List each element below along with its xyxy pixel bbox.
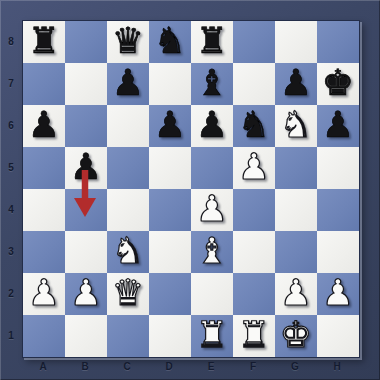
square-a5[interactable] xyxy=(23,147,65,189)
piece-black-king[interactable]: ♚ xyxy=(322,62,354,104)
square-b6[interactable] xyxy=(65,105,107,147)
piece-black-pawn[interactable]: ♟ xyxy=(112,62,144,104)
square-b1[interactable] xyxy=(65,315,107,357)
square-c6[interactable] xyxy=(107,105,149,147)
square-c2[interactable]: ♛ xyxy=(107,273,149,315)
square-a8[interactable]: ♜ xyxy=(23,21,65,63)
square-b4[interactable] xyxy=(65,189,107,231)
piece-white-knight[interactable]: ♞ xyxy=(280,104,312,146)
square-a7[interactable] xyxy=(23,63,65,105)
rank-label-8: 8 xyxy=(0,20,22,62)
square-g6[interactable]: ♞ xyxy=(275,105,317,147)
rank-label-1: 1 xyxy=(0,314,22,356)
chess-board: ♜♛♞♜♟♝♟♚♟♟♟♞♞♟♟♟♟♞♝♟♟♛♟♟♜♜♚ xyxy=(22,20,360,358)
square-f5[interactable]: ♟ xyxy=(233,147,275,189)
square-e2[interactable] xyxy=(191,273,233,315)
square-e1[interactable]: ♜ xyxy=(191,315,233,357)
file-label-a: A xyxy=(22,357,64,375)
piece-white-pawn[interactable]: ♟ xyxy=(196,188,228,230)
square-d4[interactable] xyxy=(149,189,191,231)
square-c7[interactable]: ♟ xyxy=(107,63,149,105)
square-a3[interactable] xyxy=(23,231,65,273)
square-h7[interactable]: ♚ xyxy=(317,63,359,105)
file-label-h: H xyxy=(316,357,358,375)
file-label-g: G xyxy=(274,357,316,375)
rank-labels: 87654321 xyxy=(0,20,22,356)
rank-label-5: 5 xyxy=(0,146,22,188)
square-h5[interactable] xyxy=(317,147,359,189)
square-g3[interactable] xyxy=(275,231,317,273)
piece-white-king[interactable]: ♚ xyxy=(280,314,312,356)
square-d2[interactable] xyxy=(149,273,191,315)
file-label-c: C xyxy=(106,357,148,375)
square-g1[interactable]: ♚ xyxy=(275,315,317,357)
file-label-e: E xyxy=(190,357,232,375)
rank-label-7: 7 xyxy=(0,62,22,104)
square-g8[interactable] xyxy=(275,21,317,63)
square-c3[interactable]: ♞ xyxy=(107,231,149,273)
square-d5[interactable] xyxy=(149,147,191,189)
piece-black-pawn[interactable]: ♟ xyxy=(322,104,354,146)
piece-black-rook[interactable]: ♜ xyxy=(28,20,60,62)
square-f4[interactable] xyxy=(233,189,275,231)
square-f8[interactable] xyxy=(233,21,275,63)
piece-white-bishop[interactable]: ♝ xyxy=(196,230,228,272)
square-e3[interactable]: ♝ xyxy=(191,231,233,273)
square-e7[interactable]: ♝ xyxy=(191,63,233,105)
piece-black-knight[interactable]: ♞ xyxy=(154,20,186,62)
square-d1[interactable] xyxy=(149,315,191,357)
square-g4[interactable] xyxy=(275,189,317,231)
square-e4[interactable]: ♟ xyxy=(191,189,233,231)
piece-black-queen[interactable]: ♛ xyxy=(112,20,144,62)
square-f6[interactable]: ♞ xyxy=(233,105,275,147)
square-d8[interactable]: ♞ xyxy=(149,21,191,63)
square-h1[interactable] xyxy=(317,315,359,357)
square-g5[interactable] xyxy=(275,147,317,189)
square-h6[interactable]: ♟ xyxy=(317,105,359,147)
board-frame: 87654321 ♜♛♞♜♟♝♟♚♟♟♟♞♞♟♟♟♟♞♝♟♟♛♟♟♜♜♚ ABC… xyxy=(0,0,380,380)
file-labels: ABCDEFGH xyxy=(22,357,358,375)
square-e6[interactable]: ♟ xyxy=(191,105,233,147)
square-c4[interactable] xyxy=(107,189,149,231)
square-a6[interactable]: ♟ xyxy=(23,105,65,147)
rank-label-3: 3 xyxy=(0,230,22,272)
rank-label-6: 6 xyxy=(0,104,22,146)
square-e5[interactable] xyxy=(191,147,233,189)
square-b8[interactable] xyxy=(65,21,107,63)
square-b7[interactable] xyxy=(65,63,107,105)
square-a4[interactable] xyxy=(23,189,65,231)
square-g7[interactable]: ♟ xyxy=(275,63,317,105)
piece-black-pawn[interactable]: ♟ xyxy=(154,104,186,146)
piece-black-knight[interactable]: ♞ xyxy=(238,104,270,146)
piece-white-pawn[interactable]: ♟ xyxy=(28,272,60,314)
square-d3[interactable] xyxy=(149,231,191,273)
piece-white-queen[interactable]: ♛ xyxy=(112,272,144,314)
piece-black-pawn[interactable]: ♟ xyxy=(196,104,228,146)
piece-white-pawn[interactable]: ♟ xyxy=(70,272,102,314)
square-h8[interactable] xyxy=(317,21,359,63)
rank-label-4: 4 xyxy=(0,188,22,230)
file-label-f: F xyxy=(232,357,274,375)
square-g2[interactable]: ♟ xyxy=(275,273,317,315)
piece-black-pawn[interactable]: ♟ xyxy=(280,62,312,104)
rank-label-2: 2 xyxy=(0,272,22,314)
square-e8[interactable]: ♜ xyxy=(191,21,233,63)
square-a2[interactable]: ♟ xyxy=(23,273,65,315)
square-f7[interactable] xyxy=(233,63,275,105)
square-b3[interactable] xyxy=(65,231,107,273)
square-f3[interactable] xyxy=(233,231,275,273)
piece-white-pawn[interactable]: ♟ xyxy=(238,146,270,188)
piece-black-rook[interactable]: ♜ xyxy=(196,20,228,62)
piece-black-pawn[interactable]: ♟ xyxy=(70,146,102,188)
square-d6[interactable]: ♟ xyxy=(149,105,191,147)
square-d7[interactable] xyxy=(149,63,191,105)
square-b2[interactable]: ♟ xyxy=(65,273,107,315)
square-c5[interactable] xyxy=(107,147,149,189)
square-h2[interactable]: ♟ xyxy=(317,273,359,315)
square-f1[interactable]: ♜ xyxy=(233,315,275,357)
square-c1[interactable] xyxy=(107,315,149,357)
piece-white-rook[interactable]: ♜ xyxy=(196,314,228,356)
file-label-d: D xyxy=(148,357,190,375)
piece-white-knight[interactable]: ♞ xyxy=(112,230,144,272)
piece-white-rook[interactable]: ♜ xyxy=(238,314,270,356)
piece-black-pawn[interactable]: ♟ xyxy=(28,104,60,146)
piece-white-pawn[interactable]: ♟ xyxy=(280,272,312,314)
square-f2[interactable] xyxy=(233,273,275,315)
piece-black-bishop[interactable]: ♝ xyxy=(196,62,228,104)
square-c8[interactable]: ♛ xyxy=(107,21,149,63)
square-h4[interactable] xyxy=(317,189,359,231)
square-a1[interactable] xyxy=(23,315,65,357)
square-h3[interactable] xyxy=(317,231,359,273)
piece-white-pawn[interactable]: ♟ xyxy=(322,272,354,314)
file-label-b: B xyxy=(64,357,106,375)
square-b5[interactable]: ♟ xyxy=(65,147,107,189)
